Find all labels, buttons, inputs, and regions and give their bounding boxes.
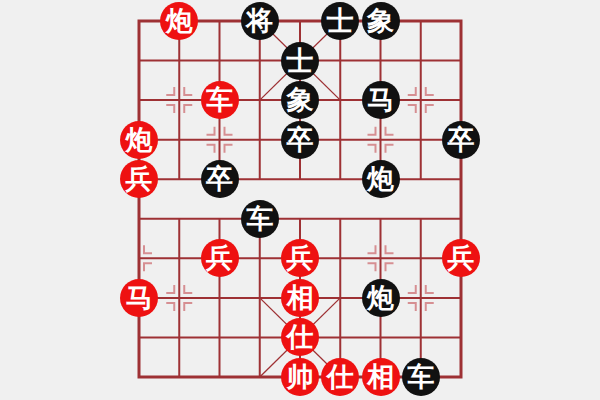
black-soldier[interactable]: 卒 (281, 121, 319, 159)
red-soldier[interactable]: 兵 (281, 239, 319, 277)
red-horse[interactable]: 马 (120, 279, 158, 317)
red-elephant[interactable]: 相 (281, 279, 319, 317)
pieces-layer: 炮将士象士车象马炮卒卒兵卒炮车兵兵兵马相炮仕帅仕相车 (0, 0, 600, 400)
black-elephant[interactable]: 象 (362, 2, 400, 40)
black-soldier[interactable]: 卒 (442, 121, 480, 159)
red-soldier[interactable]: 兵 (442, 239, 480, 277)
xiangqi-board: 炮将士象士车象马炮卒卒兵卒炮车兵兵兵马相炮仕帅仕相车 (0, 0, 600, 400)
red-soldier[interactable]: 兵 (120, 160, 158, 198)
black-general[interactable]: 将 (241, 2, 279, 40)
red-chariot[interactable]: 车 (201, 81, 239, 119)
red-soldier[interactable]: 兵 (201, 239, 239, 277)
black-advisor[interactable]: 士 (281, 42, 319, 80)
red-cannon[interactable]: 炮 (120, 121, 158, 159)
black-elephant[interactable]: 象 (281, 81, 319, 119)
black-soldier[interactable]: 卒 (201, 160, 239, 198)
black-cannon[interactable]: 炮 (362, 279, 400, 317)
red-advisor[interactable]: 仕 (281, 318, 319, 356)
black-advisor[interactable]: 士 (321, 2, 359, 40)
red-advisor[interactable]: 仕 (321, 358, 359, 396)
red-general[interactable]: 帅 (281, 358, 319, 396)
black-chariot[interactable]: 车 (241, 200, 279, 238)
black-horse[interactable]: 马 (362, 81, 400, 119)
black-cannon[interactable]: 炮 (362, 160, 400, 198)
black-chariot[interactable]: 车 (402, 358, 440, 396)
red-elephant[interactable]: 相 (362, 358, 400, 396)
red-cannon[interactable]: 炮 (160, 2, 198, 40)
